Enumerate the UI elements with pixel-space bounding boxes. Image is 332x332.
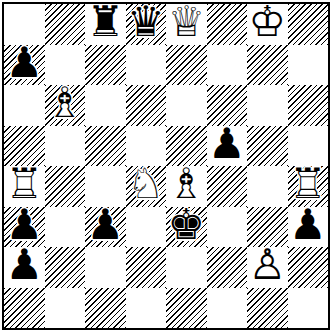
square-g6[interactable] bbox=[247, 85, 288, 126]
square-g2[interactable]: ♟♙ bbox=[247, 247, 288, 288]
chess-board: ♜♛♛♕♚♔♟♝♗♟♜♖♞♘♝♗♜♖♟♟♚♟♟♟♙ bbox=[4, 4, 328, 328]
white-bishop-glyph: ♗ bbox=[46, 83, 84, 125]
black-pawn-glyph: ♟ bbox=[289, 204, 327, 246]
square-h3[interactable]: ♟ bbox=[288, 207, 329, 248]
square-e6[interactable] bbox=[166, 85, 207, 126]
square-g7[interactable] bbox=[247, 45, 288, 86]
square-f4[interactable] bbox=[207, 166, 248, 207]
board-frame: ♜♛♛♕♚♔♟♝♗♟♜♖♞♘♝♗♜♖♟♟♚♟♟♟♙ bbox=[2, 2, 330, 330]
square-b6[interactable]: ♝♗ bbox=[45, 85, 86, 126]
square-c7[interactable] bbox=[85, 45, 126, 86]
square-f7[interactable] bbox=[207, 45, 248, 86]
white-knight-glyph: ♘ bbox=[127, 164, 165, 206]
square-c5[interactable] bbox=[85, 126, 126, 167]
square-f8[interactable] bbox=[207, 4, 248, 45]
piece-white-king: ♚♔ bbox=[247, 4, 288, 45]
black-queen-glyph: ♛ bbox=[127, 2, 165, 44]
square-f2[interactable] bbox=[207, 247, 248, 288]
square-e8[interactable]: ♛♕ bbox=[166, 4, 207, 45]
square-a7[interactable]: ♟ bbox=[4, 45, 45, 86]
black-pawn-glyph: ♟ bbox=[208, 123, 246, 165]
piece-black-pawn: ♟ bbox=[288, 207, 329, 248]
square-c8[interactable]: ♜ bbox=[85, 4, 126, 45]
square-d7[interactable] bbox=[126, 45, 167, 86]
square-h6[interactable] bbox=[288, 85, 329, 126]
white-pawn-glyph: ♙ bbox=[248, 245, 286, 287]
square-f1[interactable] bbox=[207, 288, 248, 329]
square-a2[interactable]: ♟ bbox=[4, 247, 45, 288]
square-b3[interactable] bbox=[45, 207, 86, 248]
square-b8[interactable] bbox=[45, 4, 86, 45]
white-king-glyph: ♔ bbox=[248, 2, 286, 44]
square-g8[interactable]: ♚♔ bbox=[247, 4, 288, 45]
square-f5[interactable]: ♟ bbox=[207, 126, 248, 167]
piece-black-pawn: ♟ bbox=[4, 247, 45, 288]
square-e1[interactable] bbox=[166, 288, 207, 329]
square-c6[interactable] bbox=[85, 85, 126, 126]
piece-black-king: ♚ bbox=[166, 207, 207, 248]
square-c3[interactable]: ♟ bbox=[85, 207, 126, 248]
square-d3[interactable] bbox=[126, 207, 167, 248]
black-rook-glyph: ♜ bbox=[86, 2, 124, 44]
black-pawn-glyph: ♟ bbox=[86, 204, 124, 246]
piece-white-knight: ♞♘ bbox=[126, 166, 167, 207]
square-g5[interactable] bbox=[247, 126, 288, 167]
square-e2[interactable] bbox=[166, 247, 207, 288]
piece-white-pawn: ♟♙ bbox=[247, 247, 288, 288]
square-h1[interactable] bbox=[288, 288, 329, 329]
piece-black-queen: ♛ bbox=[126, 4, 167, 45]
square-h8[interactable] bbox=[288, 4, 329, 45]
square-a1[interactable] bbox=[4, 288, 45, 329]
square-b2[interactable] bbox=[45, 247, 86, 288]
square-d6[interactable] bbox=[126, 85, 167, 126]
square-g4[interactable] bbox=[247, 166, 288, 207]
white-queen-glyph: ♕ bbox=[167, 2, 205, 44]
black-pawn-glyph: ♟ bbox=[5, 42, 43, 84]
square-g1[interactable] bbox=[247, 288, 288, 329]
square-c2[interactable] bbox=[85, 247, 126, 288]
chess-diagram: ♜♛♛♕♚♔♟♝♗♟♜♖♞♘♝♗♜♖♟♟♚♟♟♟♙ bbox=[0, 0, 332, 332]
black-king-glyph: ♚ bbox=[167, 204, 205, 246]
square-e7[interactable] bbox=[166, 45, 207, 86]
square-b4[interactable] bbox=[45, 166, 86, 207]
piece-black-pawn: ♟ bbox=[85, 207, 126, 248]
piece-black-pawn: ♟ bbox=[207, 126, 248, 167]
piece-white-bishop: ♝♗ bbox=[45, 85, 86, 126]
square-d1[interactable] bbox=[126, 288, 167, 329]
square-a6[interactable] bbox=[4, 85, 45, 126]
square-f3[interactable] bbox=[207, 207, 248, 248]
piece-black-pawn: ♟ bbox=[4, 45, 45, 86]
piece-white-queen: ♛♕ bbox=[166, 4, 207, 45]
piece-black-rook: ♜ bbox=[85, 4, 126, 45]
black-pawn-glyph: ♟ bbox=[5, 245, 43, 287]
square-d8[interactable]: ♛ bbox=[126, 4, 167, 45]
square-e3[interactable]: ♚ bbox=[166, 207, 207, 248]
square-b1[interactable] bbox=[45, 288, 86, 329]
square-h7[interactable] bbox=[288, 45, 329, 86]
square-b5[interactable] bbox=[45, 126, 86, 167]
square-h2[interactable] bbox=[288, 247, 329, 288]
square-c1[interactable] bbox=[85, 288, 126, 329]
square-d4[interactable]: ♞♘ bbox=[126, 166, 167, 207]
square-d2[interactable] bbox=[126, 247, 167, 288]
